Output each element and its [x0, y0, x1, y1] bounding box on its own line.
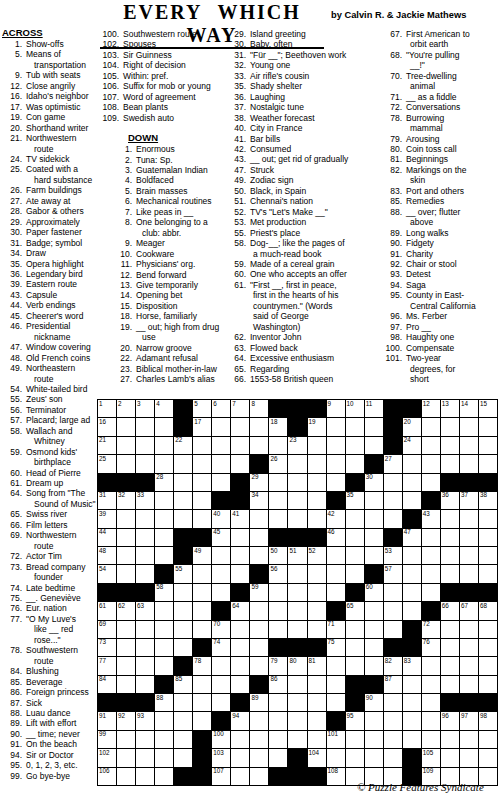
cell-r1c6[interactable]: 5: [193, 400, 211, 417]
cell-r16c20[interactable]: [460, 676, 478, 693]
cell-r6c15[interactable]: [365, 492, 383, 509]
cell-r15c21[interactable]: [479, 657, 497, 674]
cell-r10c17[interactable]: [403, 565, 421, 582]
cell-r14c13[interactable]: 75: [327, 639, 345, 656]
cell-r19c16[interactable]: [384, 731, 402, 748]
cell-r18c18[interactable]: [422, 712, 440, 729]
cell-r1c13[interactable]: 9: [327, 400, 345, 417]
cell-r12c19[interactable]: 66: [441, 602, 459, 619]
cell-r18c19[interactable]: 96: [441, 712, 459, 729]
cell-r3c2[interactable]: [117, 437, 135, 454]
cell-r5c10[interactable]: [269, 474, 287, 491]
cell-r13c13[interactable]: 71: [327, 621, 345, 638]
cell-r10c16[interactable]: 57: [384, 565, 402, 582]
cell-r17c16[interactable]: [384, 694, 402, 711]
cell-r13c15[interactable]: [365, 621, 383, 638]
cell-r14c2[interactable]: [117, 639, 135, 656]
cell-r19c3[interactable]: [136, 731, 154, 748]
cell-r16c8[interactable]: [231, 676, 249, 693]
cell-r9c6[interactable]: 49: [193, 547, 211, 564]
cell-r4c5[interactable]: [174, 455, 192, 472]
cell-r20c14[interactable]: [346, 749, 364, 766]
cell-r10c1[interactable]: 54: [98, 565, 116, 582]
cell-r21c4[interactable]: [155, 768, 173, 785]
cell-r8c7[interactable]: 45: [212, 529, 230, 546]
cell-r15c12[interactable]: 81: [308, 657, 326, 674]
cell-r6c19[interactable]: 36: [441, 492, 459, 509]
cell-r2c13[interactable]: [327, 418, 345, 435]
cell-r7c10[interactable]: [269, 510, 287, 527]
cell-r15c6[interactable]: 78: [193, 657, 211, 674]
cell-r12c9[interactable]: [250, 602, 268, 619]
cell-r8c8[interactable]: [231, 529, 249, 546]
cell-r4c8[interactable]: [231, 455, 249, 472]
cell-r19c5[interactable]: [174, 731, 192, 748]
cell-r19c15[interactable]: [365, 731, 383, 748]
cell-r13c2[interactable]: [117, 621, 135, 638]
cell-r21c7[interactable]: 107: [212, 768, 230, 785]
cell-r9c7[interactable]: [212, 547, 230, 564]
cell-r13c16[interactable]: [384, 621, 402, 638]
cell-r5c16[interactable]: [384, 474, 402, 491]
cell-r21c8[interactable]: [231, 768, 249, 785]
cell-r8c17[interactable]: 47: [403, 529, 421, 546]
cell-r3c3[interactable]: [136, 437, 154, 454]
cell-r2c18[interactable]: [422, 418, 440, 435]
cell-r16c11[interactable]: [288, 676, 306, 693]
cell-r9c4[interactable]: [155, 547, 173, 564]
cell-r21c2[interactable]: [117, 768, 135, 785]
cell-r12c10[interactable]: [269, 602, 287, 619]
cell-r18c9[interactable]: [250, 712, 268, 729]
cell-r18c15[interactable]: [365, 712, 383, 729]
cell-r3c11[interactable]: 23: [288, 437, 306, 454]
cell-r20c7[interactable]: 103: [212, 749, 230, 766]
cell-r19c13[interactable]: 101: [327, 731, 345, 748]
cell-r5c15[interactable]: 30: [365, 474, 383, 491]
cell-r6c10[interactable]: [269, 492, 287, 509]
cell-r1c9[interactable]: 8: [250, 400, 268, 417]
cell-r6c6[interactable]: [193, 492, 211, 509]
cell-r11c9[interactable]: 59: [250, 584, 268, 601]
cell-r3c12[interactable]: [308, 437, 326, 454]
cell-r6c3[interactable]: 33: [136, 492, 154, 509]
cell-r9c11[interactable]: 51: [288, 547, 306, 564]
cell-r5c18[interactable]: [422, 474, 440, 491]
cell-r6c12[interactable]: [308, 492, 326, 509]
cell-r10c21[interactable]: [479, 565, 497, 582]
cell-r20c1[interactable]: 102: [98, 749, 116, 766]
cell-r9c12[interactable]: 52: [308, 547, 326, 564]
cell-r6c9[interactable]: 34: [250, 492, 268, 509]
cell-r7c11[interactable]: [288, 510, 306, 527]
cell-r11c16[interactable]: [384, 584, 402, 601]
cell-r19c7[interactable]: 100: [212, 731, 230, 748]
cell-r7c4[interactable]: [155, 510, 173, 527]
cell-r16c18[interactable]: [422, 676, 440, 693]
cell-r13c12[interactable]: [308, 621, 326, 638]
cell-r12c20[interactable]: 67: [460, 602, 478, 619]
cell-r15c18[interactable]: [422, 657, 440, 674]
cell-r18c14[interactable]: 95: [346, 712, 364, 729]
cell-r13c4[interactable]: [155, 621, 173, 638]
cell-r14c15[interactable]: [365, 639, 383, 656]
cell-r3c5[interactable]: 22: [174, 437, 192, 454]
cell-r20c9[interactable]: [250, 749, 268, 766]
cell-r10c6[interactable]: [193, 565, 211, 582]
cell-r9c18[interactable]: [422, 547, 440, 564]
cell-r3c17[interactable]: 24: [403, 437, 421, 454]
cell-r17c13[interactable]: [327, 694, 345, 711]
cell-r12c1[interactable]: 61: [98, 602, 116, 619]
cell-r15c16[interactable]: 82: [384, 657, 402, 674]
cell-r18c10[interactable]: [269, 712, 287, 729]
cell-r6c2[interactable]: 32: [117, 492, 135, 509]
cell-r17c11[interactable]: [288, 694, 306, 711]
cell-r2c12[interactable]: 19: [308, 418, 326, 435]
cell-r4c11[interactable]: [288, 455, 306, 472]
cell-r18c1[interactable]: 91: [98, 712, 116, 729]
cell-r15c19[interactable]: [441, 657, 459, 674]
cell-r21c13[interactable]: 108: [327, 768, 345, 785]
cell-r20c16[interactable]: [384, 749, 402, 766]
cell-r14c1[interactable]: 73: [98, 639, 116, 656]
cell-r4c21[interactable]: [479, 455, 497, 472]
cell-r3c4[interactable]: [155, 437, 173, 454]
cell-r1c20[interactable]: 14: [460, 400, 478, 417]
cell-r10c20[interactable]: [460, 565, 478, 582]
cell-r2c1[interactable]: 16: [98, 418, 116, 435]
cell-r3c19[interactable]: [441, 437, 459, 454]
cell-r9c1[interactable]: 48: [98, 547, 116, 564]
cell-r19c18[interactable]: [422, 731, 440, 748]
cell-r5c4[interactable]: 28: [155, 474, 173, 491]
cell-r16c19[interactable]: [441, 676, 459, 693]
cell-r3c9[interactable]: [250, 437, 268, 454]
cell-r13c21[interactable]: [479, 621, 497, 638]
cell-r14c9[interactable]: [250, 639, 268, 656]
cell-r5c12[interactable]: [308, 474, 326, 491]
cell-r7c2[interactable]: [117, 510, 135, 527]
cell-r8c21[interactable]: [479, 529, 497, 546]
cell-r15c11[interactable]: 80: [288, 657, 306, 674]
cell-r16c3[interactable]: [136, 676, 154, 693]
cell-r4c7[interactable]: [212, 455, 230, 472]
cell-r10c18[interactable]: [422, 565, 440, 582]
cell-r6c1[interactable]: 31: [98, 492, 116, 509]
cell-r13c8[interactable]: [231, 621, 249, 638]
cell-r7c5[interactable]: [174, 510, 192, 527]
cell-r16c13[interactable]: [327, 676, 345, 693]
cell-r17c5[interactable]: [174, 694, 192, 711]
cell-r21c9[interactable]: [250, 768, 268, 785]
cell-r14c18[interactable]: 76: [422, 639, 440, 656]
cell-r14c3[interactable]: [136, 639, 154, 656]
cell-r6c11[interactable]: [288, 492, 306, 509]
cell-r18c20[interactable]: 97: [460, 712, 478, 729]
cell-r21c3[interactable]: [136, 768, 154, 785]
cell-r20c12[interactable]: 104: [308, 749, 326, 766]
cell-r4c13[interactable]: [327, 455, 345, 472]
cell-r15c3[interactable]: [136, 657, 154, 674]
cell-r10c11[interactable]: [288, 565, 306, 582]
cell-r9c19[interactable]: [441, 547, 459, 564]
cell-r9c10[interactable]: 50: [269, 547, 287, 564]
cell-r4c16[interactable]: 27: [384, 455, 402, 472]
cell-r14c14[interactable]: [346, 639, 364, 656]
cell-r15c1[interactable]: 77: [98, 657, 116, 674]
cell-r14c5[interactable]: [174, 639, 192, 656]
cell-r13c14[interactable]: [346, 621, 364, 638]
cell-r14c4[interactable]: [155, 639, 173, 656]
cell-r2c8[interactable]: [231, 418, 249, 435]
cell-r17c6[interactable]: [193, 694, 211, 711]
cell-r13c10[interactable]: [269, 621, 287, 638]
cell-r11c10[interactable]: [269, 584, 287, 601]
cell-r20c8[interactable]: [231, 749, 249, 766]
cell-r4c20[interactable]: [460, 455, 478, 472]
cell-r7c18[interactable]: 43: [422, 510, 440, 527]
cell-r18c4[interactable]: [155, 712, 173, 729]
cell-r13c5[interactable]: [174, 621, 192, 638]
cell-r10c8[interactable]: [231, 565, 249, 582]
cell-r9c14[interactable]: [346, 547, 364, 564]
cell-r15c9[interactable]: [250, 657, 268, 674]
cell-r1c8[interactable]: 7: [231, 400, 249, 417]
cell-r11c12[interactable]: [308, 584, 326, 601]
cell-r16c21[interactable]: [479, 676, 497, 693]
cell-r6c14[interactable]: 35: [346, 492, 364, 509]
cell-r12c2[interactable]: 62: [117, 602, 135, 619]
cell-r3c15[interactable]: [365, 437, 383, 454]
cell-r12c15[interactable]: [365, 602, 383, 619]
cell-r9c3[interactable]: [136, 547, 154, 564]
cell-r7c21[interactable]: [479, 510, 497, 527]
cell-r15c13[interactable]: [327, 657, 345, 674]
cell-r16c17[interactable]: [403, 676, 421, 693]
cell-r10c19[interactable]: [441, 565, 459, 582]
cell-r11c5[interactable]: [174, 584, 192, 601]
cell-r8c15[interactable]: [365, 529, 383, 546]
cell-r20c15[interactable]: [365, 749, 383, 766]
cell-r20c19[interactable]: [441, 749, 459, 766]
cell-r5c6[interactable]: [193, 474, 211, 491]
cell-r4c19[interactable]: [441, 455, 459, 472]
cell-r5c9[interactable]: 29: [250, 474, 268, 491]
cell-r1c15[interactable]: 11: [365, 400, 383, 417]
cell-r4c10[interactable]: 26: [269, 455, 287, 472]
cell-r13c9[interactable]: [250, 621, 268, 638]
cell-r4c1[interactable]: 25: [98, 455, 116, 472]
cell-r5c11[interactable]: [288, 474, 306, 491]
cell-r15c17[interactable]: 83: [403, 657, 421, 674]
cell-r2c10[interactable]: 18: [269, 418, 287, 435]
cell-r7c16[interactable]: [384, 510, 402, 527]
cell-r7c9[interactable]: [250, 510, 268, 527]
cell-r17c9[interactable]: 89: [250, 694, 268, 711]
cell-r2c14[interactable]: [346, 418, 364, 435]
cell-r19c20[interactable]: [460, 731, 478, 748]
cell-r3c7[interactable]: [212, 437, 230, 454]
cell-r7c1[interactable]: 39: [98, 510, 116, 527]
cell-r18c21[interactable]: 98: [479, 712, 497, 729]
cell-r19c21[interactable]: [479, 731, 497, 748]
cell-r2c6[interactable]: 17: [193, 418, 211, 435]
cell-r3c13[interactable]: [327, 437, 345, 454]
cell-r16c1[interactable]: 84: [98, 676, 116, 693]
cell-r7c3[interactable]: [136, 510, 154, 527]
cell-r1c3[interactable]: 3: [136, 400, 154, 417]
cell-r15c20[interactable]: [460, 657, 478, 674]
cell-r2c9[interactable]: [250, 418, 268, 435]
cell-r5c17[interactable]: [403, 474, 421, 491]
cell-r12c5[interactable]: [174, 602, 192, 619]
cell-r17c18[interactable]: [422, 694, 440, 711]
cell-r15c14[interactable]: [346, 657, 364, 674]
cell-r7c8[interactable]: 41: [231, 510, 249, 527]
cell-r6c5[interactable]: [174, 492, 192, 509]
cell-r2c20[interactable]: [460, 418, 478, 435]
cell-r8c1[interactable]: 44: [98, 529, 116, 546]
cell-r13c3[interactable]: [136, 621, 154, 638]
cell-r3c20[interactable]: [460, 437, 478, 454]
cell-r21c1[interactable]: 106: [98, 768, 116, 785]
cell-r15c2[interactable]: [117, 657, 135, 674]
cell-r10c13[interactable]: [327, 565, 345, 582]
cell-r12c21[interactable]: 68: [479, 602, 497, 619]
cell-r11c17[interactable]: [403, 584, 421, 601]
cell-r6c16[interactable]: [384, 492, 402, 509]
cell-r4c3[interactable]: [136, 455, 154, 472]
cell-r19c8[interactable]: [231, 731, 249, 748]
cell-r20c10[interactable]: [269, 749, 287, 766]
cell-r20c20[interactable]: [460, 749, 478, 766]
cell-r11c13[interactable]: [327, 584, 345, 601]
cell-r13c6[interactable]: [193, 621, 211, 638]
cell-r10c3[interactable]: [136, 565, 154, 582]
cell-r15c10[interactable]: 79: [269, 657, 287, 674]
cell-r9c9[interactable]: [250, 547, 268, 564]
cell-r20c18[interactable]: 105: [422, 749, 440, 766]
cell-r9c20[interactable]: [460, 547, 478, 564]
cell-r12c12[interactable]: [308, 602, 326, 619]
cell-r14c7[interactable]: 74: [212, 639, 230, 656]
cell-r7c19[interactable]: [441, 510, 459, 527]
cell-r11c11[interactable]: [288, 584, 306, 601]
cell-r3c8[interactable]: [231, 437, 249, 454]
cell-r19c14[interactable]: [346, 731, 364, 748]
cell-r15c15[interactable]: [365, 657, 383, 674]
cell-r7c12[interactable]: [308, 510, 326, 527]
cell-r8c19[interactable]: [441, 529, 459, 546]
cell-r18c6[interactable]: [193, 712, 211, 729]
cell-r18c17[interactable]: [403, 712, 421, 729]
cell-r20c2[interactable]: [117, 749, 135, 766]
cell-r19c9[interactable]: [250, 731, 268, 748]
cell-r1c7[interactable]: 6: [212, 400, 230, 417]
cell-r6c20[interactable]: 37: [460, 492, 478, 509]
cell-r4c2[interactable]: [117, 455, 135, 472]
cell-r7c7[interactable]: 40: [212, 510, 230, 527]
cell-r18c16[interactable]: [384, 712, 402, 729]
cell-r13c19[interactable]: [441, 621, 459, 638]
cell-r11c18[interactable]: [422, 584, 440, 601]
cell-r8c9[interactable]: [250, 529, 268, 546]
cell-r17c15[interactable]: 90: [365, 694, 383, 711]
cell-r20c21[interactable]: [479, 749, 497, 766]
cell-r1c1[interactable]: 1: [98, 400, 116, 417]
cell-r11c7[interactable]: [212, 584, 230, 601]
cell-r13c18[interactable]: 72: [422, 621, 440, 638]
cell-r14c21[interactable]: [479, 639, 497, 656]
cell-r19c12[interactable]: [308, 731, 326, 748]
cell-r19c1[interactable]: 99: [98, 731, 116, 748]
cell-r17c17[interactable]: [403, 694, 421, 711]
cell-r19c17[interactable]: [403, 731, 421, 748]
cell-r7c20[interactable]: [460, 510, 478, 527]
cell-r12c3[interactable]: 63: [136, 602, 154, 619]
cell-r12c14[interactable]: 65: [346, 602, 364, 619]
cell-r19c19[interactable]: [441, 731, 459, 748]
cell-r4c6[interactable]: [193, 455, 211, 472]
cell-r1c21[interactable]: 15: [479, 400, 497, 417]
cell-r17c7[interactable]: [212, 694, 230, 711]
cell-r15c7[interactable]: [212, 657, 230, 674]
cell-r17c4[interactable]: 88: [155, 694, 173, 711]
cell-r14c8[interactable]: [231, 639, 249, 656]
cell-r18c8[interactable]: 94: [231, 712, 249, 729]
cell-r19c11[interactable]: [288, 731, 306, 748]
cell-r1c4[interactable]: 4: [155, 400, 173, 417]
cell-r5c7[interactable]: [212, 474, 230, 491]
cell-r12c6[interactable]: [193, 602, 211, 619]
cell-r5c13[interactable]: [327, 474, 345, 491]
cell-r15c8[interactable]: [231, 657, 249, 674]
cell-r5c5[interactable]: [174, 474, 192, 491]
cell-r20c5[interactable]: [174, 749, 192, 766]
cell-r10c12[interactable]: [308, 565, 326, 582]
cell-r16c2[interactable]: [117, 676, 135, 693]
cell-r9c8[interactable]: [231, 547, 249, 564]
cell-r8c14[interactable]: [346, 529, 364, 546]
cell-r10c14[interactable]: [346, 565, 364, 582]
cell-r16c6[interactable]: [193, 676, 211, 693]
cell-r20c3[interactable]: [136, 749, 154, 766]
cell-r9c21[interactable]: [479, 547, 497, 564]
cell-r11c6[interactable]: [193, 584, 211, 601]
cell-r2c4[interactable]: [155, 418, 173, 435]
cell-r17c12[interactable]: [308, 694, 326, 711]
cell-r18c11[interactable]: [288, 712, 306, 729]
cell-r1c18[interactable]: 12: [422, 400, 440, 417]
cell-r7c15[interactable]: [365, 510, 383, 527]
cell-r1c19[interactable]: 13: [441, 400, 459, 417]
cell-r4c14[interactable]: [346, 455, 364, 472]
cell-r20c4[interactable]: [155, 749, 173, 766]
cell-r12c4[interactable]: [155, 602, 173, 619]
cell-r20c13[interactable]: [327, 749, 345, 766]
cell-r3c1[interactable]: 21: [98, 437, 116, 454]
cell-r10c7[interactable]: [212, 565, 230, 582]
cell-r12c8[interactable]: 64: [231, 602, 249, 619]
cell-r4c18[interactable]: [422, 455, 440, 472]
cell-r6c4[interactable]: [155, 492, 173, 509]
cell-r4c12[interactable]: [308, 455, 326, 472]
cell-r19c2[interactable]: [117, 731, 135, 748]
cell-r2c17[interactable]: 20: [403, 418, 421, 435]
cell-r18c3[interactable]: 93: [136, 712, 154, 729]
cell-r3c14[interactable]: [346, 437, 364, 454]
